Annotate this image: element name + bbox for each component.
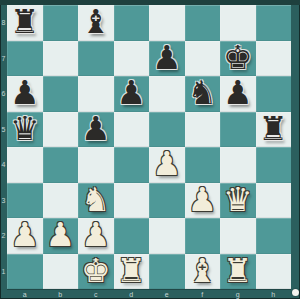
square-b5[interactable] [43,112,79,148]
square-h8[interactable] [256,5,292,41]
square-f3[interactable]: ♟ [185,183,221,219]
piece-white-pawn-b2[interactable]: ♟ [45,218,75,251]
square-c3[interactable]: ♞ [78,183,114,219]
file-label-b: b [43,289,79,299]
rank-label-7: 7 [0,41,7,77]
file-label-c: c [78,289,114,299]
piece-white-pawn-f3[interactable]: ♟ [187,183,217,216]
square-h6[interactable] [256,76,292,112]
square-g3[interactable]: ♛ [220,183,256,219]
white-to-move-indicator [292,289,299,296]
square-c5[interactable]: ♟ [78,112,114,148]
square-d8[interactable] [114,5,150,41]
square-a1[interactable] [7,254,43,290]
square-e4[interactable]: ♟ [149,147,185,183]
square-h1[interactable] [256,254,292,290]
file-label-f: f [185,289,221,299]
piece-white-bishop-f1[interactable]: ♝ [187,254,217,287]
rank-label-8: 8 [0,5,7,41]
square-b2[interactable]: ♟ [43,218,79,254]
square-e5[interactable] [149,112,185,148]
piece-white-knight-c3[interactable]: ♞ [81,183,111,216]
square-g8[interactable] [220,5,256,41]
file-label-g: g [220,289,256,299]
square-f5[interactable] [185,112,221,148]
square-g1[interactable]: ♜ [220,254,256,290]
square-f2[interactable] [185,218,221,254]
square-h2[interactable] [256,218,292,254]
rank-label-5: 5 [0,112,7,148]
square-a8[interactable]: ♜ [7,5,43,41]
square-h3[interactable] [256,183,292,219]
square-g5[interactable] [220,112,256,148]
piece-black-rook-h5[interactable]: ♜ [258,112,288,145]
square-h7[interactable] [256,41,292,77]
square-b1[interactable] [43,254,79,290]
square-c2[interactable]: ♟ [78,218,114,254]
rank-label-3: 3 [0,183,7,219]
square-a6[interactable]: ♟ [7,76,43,112]
square-f6[interactable]: ♞ [185,76,221,112]
square-e2[interactable] [149,218,185,254]
file-label-a: a [7,289,43,299]
file-label-d: d [114,289,150,299]
square-h5[interactable]: ♜ [256,112,292,148]
square-d3[interactable] [114,183,150,219]
square-d4[interactable] [114,147,150,183]
square-g4[interactable] [220,147,256,183]
square-e1[interactable] [149,254,185,290]
square-d2[interactable] [114,218,150,254]
square-c4[interactable] [78,147,114,183]
piece-white-pawn-e4[interactable]: ♟ [152,147,182,180]
square-b7[interactable] [43,41,79,77]
piece-black-rook-a8[interactable]: ♜ [10,5,40,38]
square-g7[interactable]: ♚ [220,41,256,77]
square-d1[interactable]: ♜ [114,254,150,290]
piece-black-bishop-c8[interactable]: ♝ [81,5,111,38]
piece-white-rook-g1[interactable]: ♜ [223,254,253,287]
square-a4[interactable] [7,147,43,183]
square-e7[interactable]: ♟ [149,41,185,77]
piece-black-pawn-a6[interactable]: ♟ [10,76,40,109]
piece-black-king-g7[interactable]: ♚ [223,41,253,74]
piece-black-knight-f6[interactable]: ♞ [187,76,217,109]
rank-label-6: 6 [0,76,7,112]
square-e3[interactable] [149,183,185,219]
piece-white-rook-d1[interactable]: ♜ [116,254,146,287]
file-label-e: e [149,289,185,299]
piece-white-queen-g3[interactable]: ♛ [223,183,253,216]
square-c1[interactable]: ♚ [78,254,114,290]
square-e6[interactable] [149,76,185,112]
square-b4[interactable] [43,147,79,183]
square-f8[interactable] [185,5,221,41]
rank-label-4: 4 [0,147,7,183]
piece-black-pawn-e7[interactable]: ♟ [152,41,182,74]
rank-label-1: 1 [0,254,7,290]
chess-board-window: ♜♝♟♚♟♟♞♟♛♟♜♟♞♟♛♟♟♟♚♜♝♜ 87654321 abcdefgh [0,0,300,299]
file-label-h: h [256,289,292,299]
board: ♜♝♟♚♟♟♞♟♛♟♜♟♞♟♛♟♟♟♚♜♝♜ [7,5,291,289]
square-a3[interactable] [7,183,43,219]
file-coordinates: abcdefgh [7,289,291,299]
square-a7[interactable] [7,41,43,77]
piece-white-pawn-c2[interactable]: ♟ [81,218,111,251]
square-e8[interactable] [149,5,185,41]
piece-white-pawn-a2[interactable]: ♟ [10,218,40,251]
piece-black-pawn-c5[interactable]: ♟ [81,112,111,145]
square-f7[interactable] [185,41,221,77]
square-c6[interactable] [78,76,114,112]
piece-black-queen-a5[interactable]: ♛ [10,112,40,145]
rank-coordinates: 87654321 [0,5,7,289]
piece-black-pawn-d6[interactable]: ♟ [116,76,146,109]
square-f1[interactable]: ♝ [185,254,221,290]
square-a2[interactable]: ♟ [7,218,43,254]
square-d6[interactable]: ♟ [114,76,150,112]
rank-label-2: 2 [0,218,7,254]
square-d7[interactable] [114,41,150,77]
piece-white-king-c1[interactable]: ♚ [81,254,111,287]
square-d5[interactable] [114,112,150,148]
square-c8[interactable]: ♝ [78,5,114,41]
square-g2[interactable] [220,218,256,254]
square-b3[interactable] [43,183,79,219]
square-b6[interactable] [43,76,79,112]
square-b8[interactable] [43,5,79,41]
square-g6[interactable]: ♟ [220,76,256,112]
square-a5[interactable]: ♛ [7,112,43,148]
square-f4[interactable] [185,147,221,183]
piece-black-pawn-g6[interactable]: ♟ [223,76,253,109]
square-c7[interactable] [78,41,114,77]
square-h4[interactable] [256,147,292,183]
